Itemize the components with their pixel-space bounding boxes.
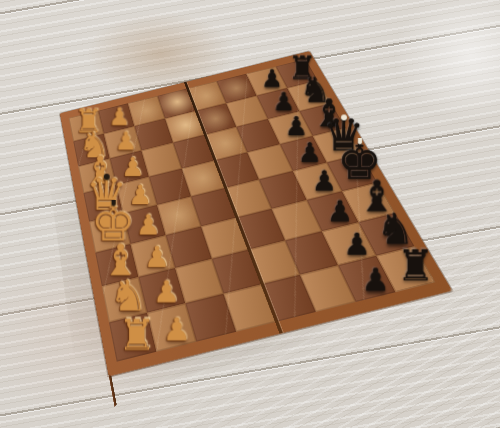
piece-white-pawn[interactable]: ♟: [143, 244, 169, 272]
piece-white-rook[interactable]: ♜: [117, 315, 155, 355]
piece-white-pawn[interactable]: ♟: [162, 315, 190, 345]
ivory-finial: [357, 136, 361, 145]
piece-white-pawn[interactable]: ♟: [114, 130, 137, 154]
chessboard: ♜♟♟♜♞♟♟♞♝♟♟♝♛♟♟♛♚♟♟♚♝♟♟♝♞♟♟♞♜♟♟♜: [60, 51, 452, 376]
piece-black-pawn[interactable]: ♟: [343, 231, 370, 260]
piece-black-pawn[interactable]: ♟: [284, 115, 307, 140]
piece-black-pawn[interactable]: ♟: [297, 140, 321, 166]
piece-black-rook[interactable]: ♜: [396, 246, 434, 286]
piece-black-pawn[interactable]: ♟: [361, 266, 389, 296]
black-finial: [103, 174, 109, 180]
square-r7c0[interactable]: ♜: [109, 313, 157, 362]
piece-white-pawn[interactable]: ♟: [152, 278, 179, 307]
ivory-finial: [340, 115, 346, 121]
piece-black-pawn[interactable]: ♟: [311, 168, 336, 195]
black-finial: [111, 197, 115, 206]
chessboard-scene: ♜♟♟♜♞♟♟♞♝♟♟♝♛♟♟♛♚♟♟♚♝♟♟♝♞♟♟♞♜♟♟♜: [55, 28, 395, 358]
scene: ♜♟♟♜♞♟♟♞♝♟♟♝♛♟♟♛♚♟♟♚♝♟♟♝♞♟♟♞♜♟♟♜: [0, 0, 500, 428]
piece-black-pawn[interactable]: ♟: [327, 198, 353, 226]
